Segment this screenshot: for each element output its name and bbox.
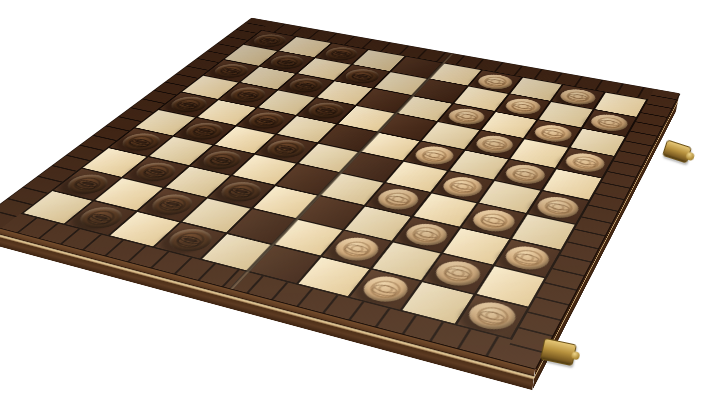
draughts-board: ⛂⛂⛀⛀⛂⛂⛀⛀⛂⛂⛀⛀⛂⛂⛀⛀⛂⛂⛀⛀⛂⛂⛀⛀⛂⛂⛀⛀⛂⛂⛀⛀⛂⛂⛀⛀⛂⛂⛀⛀	[0, 18, 681, 370]
white-man[interactable]: ⛀	[501, 162, 549, 187]
white-man[interactable]: ⛀	[438, 174, 488, 199]
white-man[interactable]: ⛀	[471, 133, 517, 156]
white-man[interactable]: ⛀	[400, 220, 453, 249]
square-r10c6[interactable]	[250, 245, 320, 283]
white-man[interactable]: ⛀	[329, 234, 384, 264]
square-r5c8[interactable]	[450, 150, 509, 179]
white-man[interactable]: ⛀	[463, 299, 521, 334]
white-man[interactable]: ⛀	[444, 106, 489, 127]
white-man[interactable]: ⛀	[410, 144, 458, 167]
square-r6c2[interactable]: ⛂	[175, 118, 235, 145]
board-grid: ⛂⛂⛀⛀⛂⛂⛀⛀⛂⛂⛀⛀⛂⛂⛀⛀⛂⛂⛀⛀⛂⛂⛀⛀⛂⛂⛀⛀⛂⛂⛀⛀⛂⛂⛀⛀⛂⛂⛀⛀	[20, 30, 648, 340]
white-man[interactable]: ⛀	[430, 258, 486, 290]
square-r8c10[interactable]: ⛀	[495, 240, 560, 277]
board-3d-scene: ⛂⛂⛀⛀⛂⛂⛀⛀⛂⛂⛀⛀⛂⛂⛀⛀⛂⛂⛀⛀⛂⛂⛀⛀⛂⛂⛀⛀⛂⛂⛀⛀⛂⛂⛀⛀⛂⛂⛀⛀	[0, 18, 681, 370]
black-man[interactable]: ⛂	[261, 137, 310, 160]
white-man[interactable]: ⛀	[356, 273, 414, 306]
black-man[interactable]: ⛂	[165, 94, 212, 114]
square-r3c10[interactable]	[570, 129, 625, 156]
white-man[interactable]: ⛀	[557, 87, 599, 107]
brass-latch-upper	[662, 139, 692, 163]
white-man[interactable]: ⛀	[530, 123, 575, 145]
white-man[interactable]: ⛀	[372, 186, 423, 212]
black-man[interactable]: ⛂	[60, 172, 114, 197]
white-man[interactable]: ⛀	[501, 97, 545, 117]
product-photo-stage: ⛂⛂⛀⛀⛂⛂⛀⛀⛂⛂⛀⛀⛂⛂⛀⛀⛂⛂⛀⛀⛂⛂⛀⛀⛂⛂⛀⛀⛂⛂⛀⛀⛂⛂⛀⛀⛂⛂⛀⛀	[0, 0, 710, 405]
